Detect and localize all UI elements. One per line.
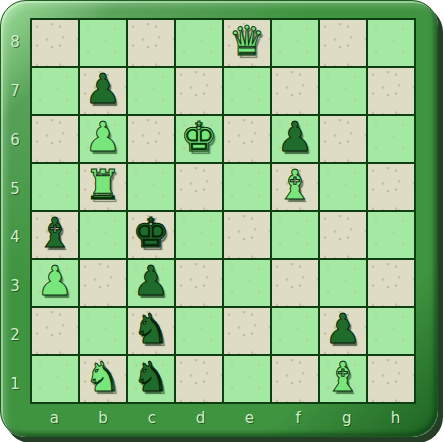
rank-label-2: 2 <box>1 311 29 360</box>
rank-label-8: 8 <box>1 18 29 67</box>
white-pawn-piece[interactable]: ♟ <box>37 261 74 305</box>
square-c4[interactable]: ♚ <box>128 212 174 258</box>
square-b1[interactable]: ♞ <box>80 356 126 402</box>
square-c5[interactable] <box>128 164 174 210</box>
square-c6[interactable] <box>128 116 174 162</box>
square-e2[interactable] <box>224 308 270 354</box>
square-g8[interactable] <box>320 20 366 66</box>
white-pawn-piece[interactable]: ♟ <box>85 117 122 161</box>
square-h6[interactable] <box>368 116 414 162</box>
file-label-h: h <box>371 404 420 431</box>
square-b7[interactable]: ♟ <box>80 68 126 114</box>
square-c2[interactable]: ♞ <box>128 308 174 354</box>
square-d3[interactable] <box>176 260 222 306</box>
rank-label-1: 1 <box>1 359 29 408</box>
square-f2[interactable] <box>272 308 318 354</box>
square-a7[interactable] <box>32 68 78 114</box>
square-g2[interactable]: ♟ <box>320 308 366 354</box>
black-bishop-piece[interactable]: ♝ <box>37 213 74 257</box>
rank-label-7: 7 <box>1 67 29 116</box>
chess-app-window: 87654321 abcdefgh ♛♟♟♚♟♜♝♝♚♟♟♞♟♞♞♝ <box>0 0 444 442</box>
white-bishop-piece[interactable]: ♝ <box>325 357 362 401</box>
rank-label-6: 6 <box>1 116 29 165</box>
square-f5[interactable]: ♝ <box>272 164 318 210</box>
square-b5[interactable]: ♜ <box>80 164 126 210</box>
black-pawn-piece[interactable]: ♟ <box>325 309 362 353</box>
square-c3[interactable]: ♟ <box>128 260 174 306</box>
file-label-b: b <box>79 404 128 431</box>
black-pawn-piece[interactable]: ♟ <box>277 117 314 161</box>
square-f7[interactable] <box>272 68 318 114</box>
square-b8[interactable] <box>80 20 126 66</box>
black-king-piece[interactable]: ♚ <box>133 213 170 257</box>
square-h2[interactable] <box>368 308 414 354</box>
black-knight-piece[interactable]: ♞ <box>133 309 170 353</box>
file-label-g: g <box>323 404 372 431</box>
file-label-a: a <box>30 404 79 431</box>
square-b2[interactable] <box>80 308 126 354</box>
square-a4[interactable]: ♝ <box>32 212 78 258</box>
file-label-f: f <box>274 404 323 431</box>
chess-board: ♛♟♟♚♟♜♝♝♚♟♟♞♟♞♞♝ <box>30 18 416 404</box>
square-a6[interactable] <box>32 116 78 162</box>
square-e6[interactable] <box>224 116 270 162</box>
square-d5[interactable] <box>176 164 222 210</box>
square-e7[interactable] <box>224 68 270 114</box>
square-d7[interactable] <box>176 68 222 114</box>
file-label-c: c <box>128 404 177 431</box>
square-d8[interactable] <box>176 20 222 66</box>
white-rook-piece[interactable]: ♜ <box>85 165 122 209</box>
square-h4[interactable] <box>368 212 414 258</box>
square-b3[interactable] <box>80 260 126 306</box>
square-e4[interactable] <box>224 212 270 258</box>
square-e5[interactable] <box>224 164 270 210</box>
square-e3[interactable] <box>224 260 270 306</box>
square-d2[interactable] <box>176 308 222 354</box>
square-g5[interactable] <box>320 164 366 210</box>
square-d1[interactable] <box>176 356 222 402</box>
square-g4[interactable] <box>320 212 366 258</box>
square-f1[interactable] <box>272 356 318 402</box>
black-pawn-piece[interactable]: ♟ <box>85 69 122 113</box>
square-c8[interactable] <box>128 20 174 66</box>
white-knight-piece[interactable]: ♞ <box>85 357 122 401</box>
square-e1[interactable] <box>224 356 270 402</box>
file-label-d: d <box>176 404 225 431</box>
square-a8[interactable] <box>32 20 78 66</box>
square-e8[interactable]: ♛ <box>224 20 270 66</box>
square-c7[interactable] <box>128 68 174 114</box>
rank-label-4: 4 <box>1 213 29 262</box>
square-a2[interactable] <box>32 308 78 354</box>
square-d4[interactable] <box>176 212 222 258</box>
square-g3[interactable] <box>320 260 366 306</box>
white-bishop-piece[interactable]: ♝ <box>277 165 314 209</box>
square-f3[interactable] <box>272 260 318 306</box>
square-b6[interactable]: ♟ <box>80 116 126 162</box>
square-c1[interactable]: ♞ <box>128 356 174 402</box>
square-b4[interactable] <box>80 212 126 258</box>
square-f8[interactable] <box>272 20 318 66</box>
square-h7[interactable] <box>368 68 414 114</box>
black-pawn-piece[interactable]: ♟ <box>133 261 170 305</box>
square-a5[interactable] <box>32 164 78 210</box>
file-label-e: e <box>225 404 274 431</box>
rank-label-5: 5 <box>1 164 29 213</box>
white-queen-piece[interactable]: ♛ <box>229 21 266 65</box>
black-knight-piece[interactable]: ♞ <box>133 357 170 401</box>
square-f6[interactable]: ♟ <box>272 116 318 162</box>
square-h5[interactable] <box>368 164 414 210</box>
square-f4[interactable] <box>272 212 318 258</box>
rank-label-3: 3 <box>1 262 29 311</box>
square-h1[interactable] <box>368 356 414 402</box>
white-king-piece[interactable]: ♚ <box>181 117 218 161</box>
square-g1[interactable]: ♝ <box>320 356 366 402</box>
square-g7[interactable] <box>320 68 366 114</box>
square-a1[interactable] <box>32 356 78 402</box>
square-h8[interactable] <box>368 20 414 66</box>
square-h3[interactable] <box>368 260 414 306</box>
file-labels: abcdefgh <box>30 404 420 431</box>
square-g6[interactable] <box>320 116 366 162</box>
square-d6[interactable]: ♚ <box>176 116 222 162</box>
square-a3[interactable]: ♟ <box>32 260 78 306</box>
rank-labels: 87654321 <box>1 18 29 408</box>
